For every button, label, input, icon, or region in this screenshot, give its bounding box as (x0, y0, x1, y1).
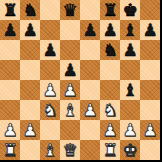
square-h6[interactable] (140, 40, 160, 60)
square-f1[interactable]: ♜ (100, 140, 120, 160)
black-pawn-icon: ♟ (2, 20, 17, 40)
black-queen-icon: ♛ (62, 0, 77, 20)
square-f4[interactable] (100, 80, 120, 100)
square-a6[interactable] (0, 40, 20, 60)
square-f3[interactable]: ♞ (100, 100, 120, 120)
white-pawn-icon: ♟ (142, 120, 157, 140)
square-d8[interactable]: ♛ (60, 0, 80, 20)
square-b4[interactable] (20, 80, 40, 100)
square-g7[interactable]: ♝ (120, 20, 140, 40)
square-h7[interactable]: ♟ (140, 20, 160, 40)
black-king-icon: ♚ (122, 0, 137, 20)
white-knight-icon: ♞ (42, 100, 57, 120)
square-a1[interactable]: ♜ (0, 140, 20, 160)
square-g4[interactable]: ♝ (120, 80, 140, 100)
square-h5[interactable] (140, 60, 160, 80)
chess-board: ♜♞♛♜♚♟♟♟♟♝♟♟♞♟♟♟♟♝♞♝♟♞♟♟♟♟♟♜♝♛♜♚ (0, 0, 162, 162)
square-d3[interactable]: ♝ (60, 100, 80, 120)
square-c1[interactable]: ♝ (40, 140, 60, 160)
black-knight-icon: ♞ (22, 0, 37, 20)
square-e2[interactable] (80, 120, 100, 140)
black-rook-icon: ♜ (102, 0, 117, 20)
square-g6[interactable]: ♟ (120, 40, 140, 60)
white-queen-icon: ♛ (62, 140, 77, 160)
square-f7[interactable]: ♟ (100, 20, 120, 40)
square-a4[interactable] (0, 80, 20, 100)
square-d2[interactable] (60, 120, 80, 140)
square-a5[interactable] (0, 60, 20, 80)
square-c6[interactable]: ♟ (40, 40, 60, 60)
square-a7[interactable]: ♟ (0, 20, 20, 40)
square-b7[interactable]: ♟ (20, 20, 40, 40)
square-a8[interactable]: ♜ (0, 0, 20, 20)
square-g5[interactable] (120, 60, 140, 80)
white-king-icon: ♚ (122, 140, 137, 160)
square-f6[interactable]: ♞ (100, 40, 120, 60)
square-h2[interactable]: ♟ (140, 120, 160, 140)
square-c3[interactable]: ♞ (40, 100, 60, 120)
square-c8[interactable] (40, 0, 60, 20)
white-rook-icon: ♜ (2, 140, 17, 160)
white-pawn-icon: ♟ (82, 100, 97, 120)
black-pawn-icon: ♟ (62, 60, 77, 80)
square-h4[interactable] (140, 80, 160, 100)
square-e5[interactable] (80, 60, 100, 80)
square-e1[interactable] (80, 140, 100, 160)
square-d1[interactable]: ♛ (60, 140, 80, 160)
square-e6[interactable] (80, 40, 100, 60)
white-pawn-icon: ♟ (2, 120, 17, 140)
square-g1[interactable]: ♚ (120, 140, 140, 160)
black-pawn-icon: ♟ (42, 40, 57, 60)
square-g3[interactable] (120, 100, 140, 120)
white-pawn-icon: ♟ (62, 80, 77, 100)
black-pawn-icon: ♟ (142, 20, 157, 40)
square-f5[interactable] (100, 60, 120, 80)
white-pawn-icon: ♟ (122, 120, 137, 140)
square-g2[interactable]: ♟ (120, 120, 140, 140)
white-pawn-icon: ♟ (102, 120, 117, 140)
square-g8[interactable]: ♚ (120, 0, 140, 20)
square-c2[interactable] (40, 120, 60, 140)
square-b8[interactable]: ♞ (20, 0, 40, 20)
black-rook-icon: ♜ (2, 0, 17, 20)
square-b5[interactable] (20, 60, 40, 80)
white-pawn-icon: ♟ (22, 120, 37, 140)
square-f8[interactable]: ♜ (100, 0, 120, 20)
square-h3[interactable] (140, 100, 160, 120)
square-e3[interactable]: ♟ (80, 100, 100, 120)
square-d6[interactable] (60, 40, 80, 60)
square-b3[interactable] (20, 100, 40, 120)
square-d4[interactable]: ♟ (60, 80, 80, 100)
square-c7[interactable] (40, 20, 60, 40)
square-d7[interactable] (60, 20, 80, 40)
white-knight-icon: ♞ (102, 100, 117, 120)
black-bishop-icon: ♝ (122, 20, 137, 40)
square-b1[interactable] (20, 140, 40, 160)
square-h1[interactable] (140, 140, 160, 160)
square-b2[interactable]: ♟ (20, 120, 40, 140)
black-knight-icon: ♞ (102, 40, 117, 60)
square-d5[interactable]: ♟ (60, 60, 80, 80)
square-b6[interactable] (20, 40, 40, 60)
white-bishop-icon: ♝ (62, 100, 77, 120)
black-pawn-icon: ♟ (22, 20, 37, 40)
square-e8[interactable] (80, 0, 100, 20)
black-bishop-icon: ♝ (122, 80, 137, 100)
square-h8[interactable] (140, 0, 160, 20)
black-pawn-icon: ♟ (122, 40, 137, 60)
square-e7[interactable]: ♟ (80, 20, 100, 40)
white-rook-icon: ♜ (102, 140, 117, 160)
black-pawn-icon: ♟ (102, 20, 117, 40)
black-pawn-icon: ♟ (82, 20, 97, 40)
square-a3[interactable] (0, 100, 20, 120)
white-bishop-icon: ♝ (42, 140, 57, 160)
square-c5[interactable] (40, 60, 60, 80)
chess-board-frame: ♜♞♛♜♚♟♟♟♟♝♟♟♞♟♟♟♟♝♞♝♟♞♟♟♟♟♟♜♝♛♜♚ (0, 0, 162, 162)
square-f2[interactable]: ♟ (100, 120, 120, 140)
white-pawn-icon: ♟ (42, 80, 57, 100)
square-a2[interactable]: ♟ (0, 120, 20, 140)
square-e4[interactable] (80, 80, 100, 100)
square-c4[interactable]: ♟ (40, 80, 60, 100)
